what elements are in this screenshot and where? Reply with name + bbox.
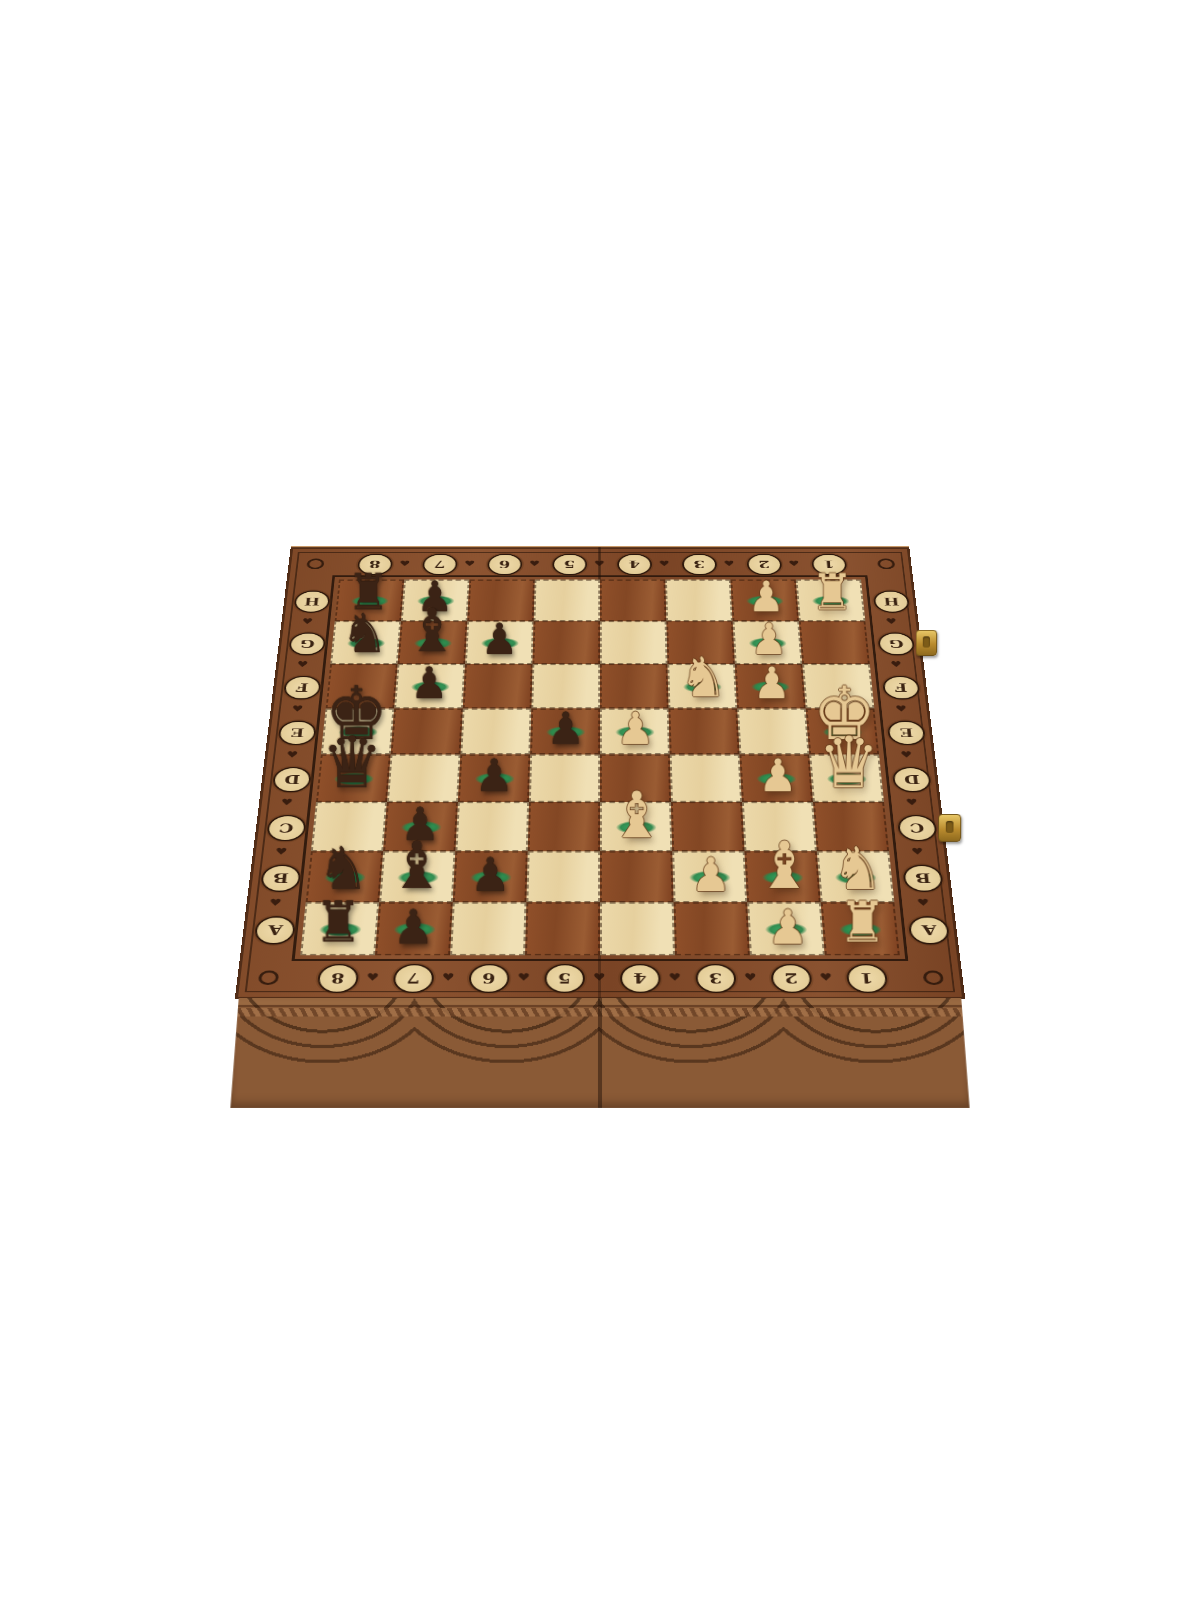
file-label-right-D: D bbox=[892, 767, 932, 792]
rank-label-front-8-text: 8 bbox=[330, 970, 345, 986]
square-b7[interactable]: ♝ bbox=[379, 851, 455, 902]
file-label-left-H-text: H bbox=[304, 595, 321, 607]
heart-ornament: ♥ bbox=[296, 659, 308, 668]
rank-label-back-7-text: 7 bbox=[433, 559, 445, 571]
board-front-edge bbox=[230, 998, 970, 1108]
heart-ornament: ♥ bbox=[885, 617, 897, 626]
square-e5[interactable]: ♟ bbox=[530, 708, 600, 754]
hinge-seam-front bbox=[598, 998, 602, 1108]
square-h3[interactable] bbox=[665, 580, 732, 622]
rank-label-back-2-text: 2 bbox=[758, 559, 770, 571]
heart-ornament: ♥ bbox=[916, 897, 930, 908]
rank-label-front-3-text: 3 bbox=[708, 970, 722, 986]
heart-ornament: ♥ bbox=[895, 704, 908, 714]
square-f3[interactable]: ♞ bbox=[667, 664, 737, 708]
square-a3[interactable] bbox=[674, 902, 750, 955]
rank-label-front-4: 4 bbox=[620, 964, 661, 993]
heart-ornament: ♥ bbox=[900, 749, 913, 759]
file-label-right-C-text: C bbox=[909, 820, 925, 834]
rank-label-back-1-text: 1 bbox=[823, 559, 836, 571]
file-label-right-C: C bbox=[897, 815, 938, 841]
piece-white-pawn-f2[interactable]: ♟ bbox=[730, 661, 812, 705]
file-label-right-G: G bbox=[877, 632, 915, 655]
square-e6[interactable] bbox=[460, 708, 531, 754]
square-c4[interactable]: ♝ bbox=[600, 802, 672, 851]
square-d6[interactable]: ♟ bbox=[458, 754, 530, 802]
square-a2[interactable]: ♟ bbox=[747, 902, 825, 955]
square-b6[interactable]: ♟ bbox=[453, 851, 528, 902]
heart-ornament: ♥ bbox=[668, 971, 681, 983]
heart-ornament: ♥ bbox=[366, 971, 380, 983]
rank-label-front-3: 3 bbox=[695, 964, 736, 993]
square-h5[interactable] bbox=[534, 580, 600, 622]
rank-label-front-7-text: 7 bbox=[406, 970, 420, 986]
square-f6[interactable] bbox=[463, 664, 533, 708]
square-d8[interactable]: ♛ bbox=[316, 754, 391, 802]
rank-label-front-2: 2 bbox=[770, 964, 812, 993]
square-g8[interactable]: ♞ bbox=[330, 621, 401, 664]
file-label-left-A-text: A bbox=[267, 922, 283, 938]
file-label-left-A: A bbox=[254, 916, 297, 944]
rank-label-back-4-text: 4 bbox=[628, 559, 640, 571]
rank-label-back-5-text: 5 bbox=[563, 559, 575, 571]
heart-ornament: ♥ bbox=[905, 797, 918, 807]
square-g4[interactable] bbox=[600, 621, 667, 664]
file-label-right-A: A bbox=[908, 916, 951, 944]
heart-ornament: ♥ bbox=[399, 559, 411, 568]
file-label-left-E-text: E bbox=[290, 726, 305, 739]
heart-ornament: ♥ bbox=[286, 749, 299, 759]
heart-ornament: ♥ bbox=[301, 617, 313, 626]
square-a1[interactable]: ♜ bbox=[821, 902, 900, 955]
square-b3[interactable]: ♟ bbox=[672, 851, 747, 902]
square-e4[interactable]: ♟ bbox=[600, 708, 670, 754]
square-h1[interactable]: ♜ bbox=[796, 580, 866, 622]
rank-label-back-6: 6 bbox=[487, 554, 522, 576]
corner-scroll-carving bbox=[922, 970, 944, 985]
brass-clasp-2 bbox=[938, 814, 961, 842]
file-label-right-B-text: B bbox=[914, 870, 931, 885]
square-f7[interactable]: ♟ bbox=[394, 664, 465, 708]
piece-black-pawn-g6[interactable]: ♟ bbox=[458, 618, 539, 661]
file-label-left-G: G bbox=[288, 632, 326, 655]
heart-ornament: ♥ bbox=[819, 971, 833, 983]
file-label-left-D: D bbox=[272, 767, 312, 792]
square-e3[interactable] bbox=[669, 708, 740, 754]
square-c6[interactable] bbox=[455, 802, 529, 851]
file-label-right-E-text: E bbox=[899, 726, 914, 739]
piece-white-queen-d1[interactable]: ♛ bbox=[806, 727, 891, 798]
rank-label-front-6: 6 bbox=[468, 964, 509, 993]
rank-label-front-7: 7 bbox=[392, 964, 434, 993]
corner-scroll-carving bbox=[877, 559, 896, 570]
rank-label-back-3: 3 bbox=[681, 554, 716, 576]
square-a8[interactable]: ♜ bbox=[300, 902, 379, 955]
file-label-right-F: F bbox=[882, 675, 921, 699]
square-a4[interactable] bbox=[600, 902, 675, 955]
rank-label-front-8: 8 bbox=[316, 964, 359, 993]
rank-label-back-6-text: 6 bbox=[498, 559, 510, 571]
heart-ornament: ♥ bbox=[594, 559, 605, 568]
file-label-left-G-text: G bbox=[299, 637, 315, 650]
square-f2[interactable]: ♟ bbox=[735, 664, 806, 708]
rank-label-front-6-text: 6 bbox=[482, 970, 496, 986]
square-g5[interactable] bbox=[533, 621, 600, 664]
file-label-left-D-text: D bbox=[283, 772, 300, 786]
rank-label-front-2-text: 2 bbox=[784, 970, 798, 986]
piece-black-queen-d8[interactable]: ♛ bbox=[309, 727, 394, 798]
piece-white-pawn-e4[interactable]: ♟ bbox=[593, 706, 677, 751]
heart-ornament: ♥ bbox=[911, 846, 924, 857]
square-c3[interactable] bbox=[671, 802, 745, 851]
square-a6[interactable] bbox=[450, 902, 526, 955]
chess-set-photo: ♜♟♟♜♞♝♟♟♟♞♟♚♟♟♚♛♟♟♛♟♝♞♝♟♟♝♞♜♟♟♜HH88GG77F… bbox=[240, 392, 960, 1112]
rank-label-front-5-text: 5 bbox=[557, 970, 571, 986]
heart-ornament: ♥ bbox=[517, 971, 530, 983]
rank-label-front-5: 5 bbox=[544, 964, 585, 993]
square-b2[interactable]: ♝ bbox=[745, 851, 821, 902]
piece-white-rook-h1[interactable]: ♜ bbox=[792, 568, 872, 618]
square-a7[interactable]: ♟ bbox=[375, 902, 453, 955]
rank-label-back-8-text: 8 bbox=[368, 559, 381, 571]
file-label-left-C-text: C bbox=[279, 820, 295, 834]
heart-ornament: ♥ bbox=[442, 971, 455, 983]
piece-black-pawn-b6[interactable]: ♟ bbox=[446, 851, 534, 898]
heart-ornament: ♥ bbox=[659, 559, 670, 568]
file-label-right-F-text: F bbox=[894, 681, 908, 694]
rank-label-front-4-text: 4 bbox=[633, 970, 647, 986]
square-d3[interactable] bbox=[670, 754, 742, 802]
corner-scroll-carving bbox=[258, 970, 280, 985]
file-label-right-A-text: A bbox=[921, 922, 937, 938]
rank-label-front-1-text: 1 bbox=[859, 970, 874, 986]
square-d1[interactable]: ♛ bbox=[809, 754, 884, 802]
heart-ornament: ♥ bbox=[529, 559, 540, 568]
heart-ornament: ♥ bbox=[291, 704, 304, 714]
file-label-left-B: B bbox=[260, 864, 302, 891]
piece-black-pawn-a7[interactable]: ♟ bbox=[368, 903, 458, 951]
square-b4[interactable] bbox=[600, 851, 674, 902]
file-label-right-B: B bbox=[902, 864, 944, 891]
file-label-left-F-text: F bbox=[296, 681, 310, 694]
file-label-right-H-text: H bbox=[883, 595, 900, 607]
heart-ornament: ♥ bbox=[723, 559, 734, 568]
square-d7[interactable] bbox=[387, 754, 460, 802]
square-a5[interactable] bbox=[525, 902, 600, 955]
piece-white-rook-a1[interactable]: ♜ bbox=[817, 895, 907, 951]
heart-ornament: ♥ bbox=[269, 897, 283, 908]
file-label-left-C: C bbox=[266, 815, 307, 841]
square-e2[interactable] bbox=[737, 708, 809, 754]
square-g6[interactable]: ♟ bbox=[465, 621, 534, 664]
rank-label-back-5: 5 bbox=[552, 554, 587, 576]
brass-clasp-1 bbox=[916, 630, 938, 656]
square-b5[interactable] bbox=[526, 851, 600, 902]
square-h4[interactable] bbox=[600, 580, 666, 622]
rank-label-back-3-text: 3 bbox=[693, 559, 705, 571]
heart-ornament: ♥ bbox=[890, 659, 902, 668]
file-label-right-H: H bbox=[873, 590, 911, 612]
heart-ornament: ♥ bbox=[744, 971, 757, 983]
square-d2[interactable]: ♟ bbox=[740, 754, 813, 802]
file-label-left-B-text: B bbox=[272, 870, 289, 885]
file-label-right-G-text: G bbox=[888, 637, 904, 650]
rank-label-front-1: 1 bbox=[845, 964, 888, 993]
rank-label-back-4: 4 bbox=[617, 554, 652, 576]
heart-ornament: ♥ bbox=[280, 797, 293, 807]
square-g1[interactable] bbox=[799, 621, 870, 664]
piece-white-bishop-c4[interactable]: ♝ bbox=[593, 783, 680, 847]
heart-ornament: ♥ bbox=[275, 846, 288, 857]
square-e7[interactable] bbox=[391, 708, 463, 754]
square-d5[interactable] bbox=[529, 754, 600, 802]
square-c5[interactable] bbox=[528, 802, 600, 851]
file-label-right-D-text: D bbox=[903, 772, 920, 786]
file-label-right-E: E bbox=[887, 720, 927, 745]
heart-ornament: ♥ bbox=[464, 559, 475, 568]
piece-black-pawn-d6[interactable]: ♟ bbox=[451, 753, 536, 798]
piece-black-pawn-f7[interactable]: ♟ bbox=[388, 661, 470, 705]
heart-ornament: ♥ bbox=[788, 559, 800, 568]
corner-scroll-carving bbox=[306, 559, 325, 570]
chess-board: ♜♟♟♜♞♝♟♟♟♞♟♚♟♟♚♛♟♟♛♟♝♞♝♟♟♝♞♜♟♟♜HH88GG77F… bbox=[235, 546, 965, 999]
